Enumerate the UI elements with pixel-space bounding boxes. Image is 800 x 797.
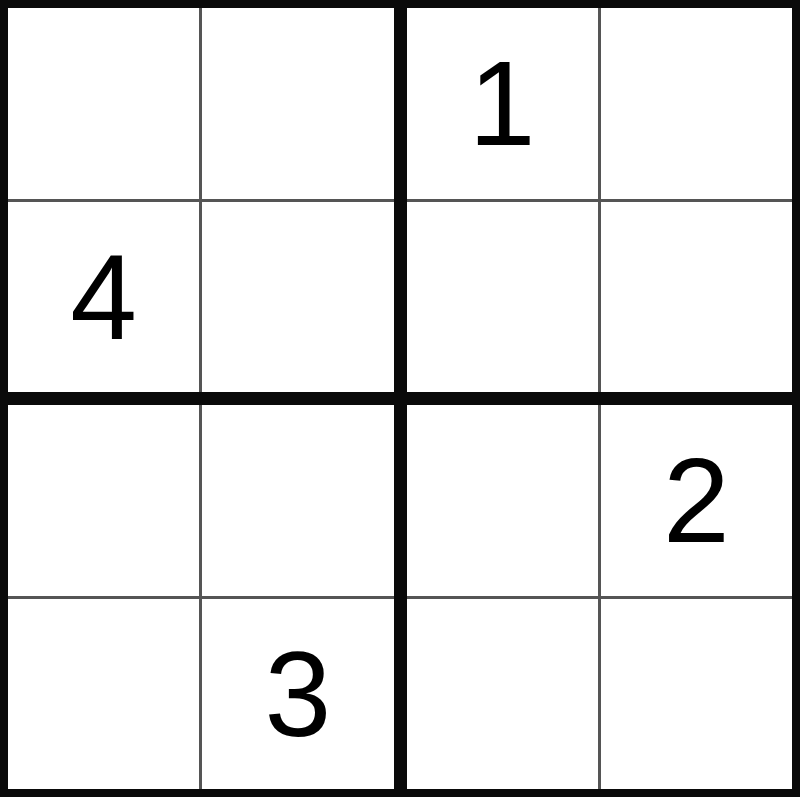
cell-r1c1[interactable] bbox=[8, 8, 199, 199]
sudoku-page: 4 1 3 2 bbox=[0, 0, 800, 797]
cell-r2c1: 4 bbox=[8, 202, 199, 393]
cell-r1c2[interactable] bbox=[202, 8, 393, 199]
cell-r3c2[interactable] bbox=[202, 405, 393, 596]
cell-r3c4: 2 bbox=[601, 405, 792, 596]
box-top-left: 4 bbox=[8, 8, 394, 392]
cell-r2c3[interactable] bbox=[407, 202, 598, 393]
cell-r2c2[interactable] bbox=[202, 202, 393, 393]
sudoku-board: 4 1 3 2 bbox=[0, 0, 800, 797]
cell-r4c4[interactable] bbox=[601, 599, 792, 790]
box-top-right: 1 bbox=[407, 8, 793, 392]
cell-r2c4[interactable] bbox=[601, 202, 792, 393]
cell-r3c1[interactable] bbox=[8, 405, 199, 596]
cell-r4c1[interactable] bbox=[8, 599, 199, 790]
box-bottom-right: 2 bbox=[407, 405, 793, 789]
cell-r1c3: 1 bbox=[407, 8, 598, 199]
box-bottom-left: 3 bbox=[8, 405, 394, 789]
cell-r3c3[interactable] bbox=[407, 405, 598, 596]
cell-r4c3[interactable] bbox=[407, 599, 598, 790]
cell-r1c4[interactable] bbox=[601, 8, 792, 199]
cell-r4c2: 3 bbox=[202, 599, 393, 790]
